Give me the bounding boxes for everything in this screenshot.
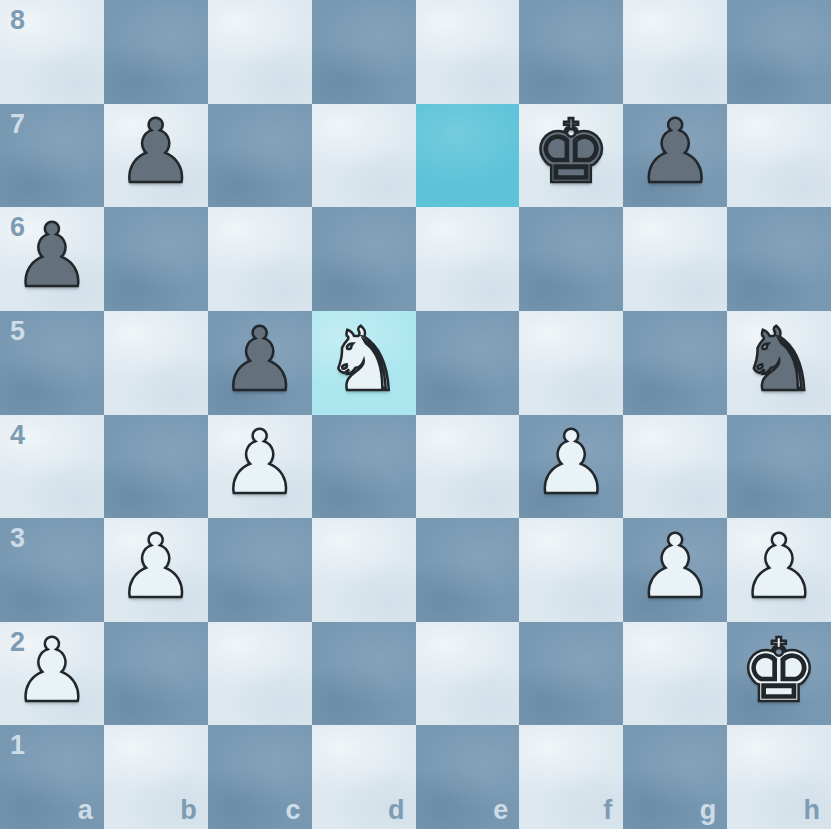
square-b3[interactable]: ♟ (104, 518, 208, 622)
piece-white-pawn-c4[interactable]: ♟ (220, 419, 299, 507)
piece-black-knight-h5[interactable]: ♞ (740, 316, 819, 404)
square-h4[interactable] (727, 415, 831, 519)
square-e6[interactable] (416, 207, 520, 311)
square-g5[interactable] (623, 311, 727, 415)
file-label-d: d (388, 797, 405, 824)
square-e5[interactable] (416, 311, 520, 415)
square-c4[interactable]: ♟ (208, 415, 312, 519)
piece-white-knight-d5[interactable]: ♞ (324, 316, 403, 404)
square-d1[interactable]: d (312, 725, 416, 829)
square-e2[interactable] (416, 622, 520, 726)
piece-white-pawn-f4[interactable]: ♟ (532, 419, 611, 507)
piece-black-pawn-g7[interactable]: ♟ (636, 108, 715, 196)
square-f6[interactable] (519, 207, 623, 311)
piece-black-pawn-a6[interactable]: ♟ (12, 212, 91, 300)
square-g8[interactable] (623, 0, 727, 104)
square-f1[interactable]: f (519, 725, 623, 829)
square-f4[interactable]: ♟ (519, 415, 623, 519)
square-g6[interactable] (623, 207, 727, 311)
square-a5[interactable]: 5 (0, 311, 104, 415)
rank-label-1: 1 (10, 732, 25, 759)
file-label-a: a (78, 797, 93, 824)
piece-white-pawn-b3[interactable]: ♟ (116, 523, 195, 611)
square-d4[interactable] (312, 415, 416, 519)
square-c5[interactable]: ♟ (208, 311, 312, 415)
square-c1[interactable]: c (208, 725, 312, 829)
square-g1[interactable]: g (623, 725, 727, 829)
square-b5[interactable] (104, 311, 208, 415)
square-g7[interactable]: ♟ (623, 104, 727, 208)
square-a1[interactable]: 1a (0, 725, 104, 829)
square-c7[interactable] (208, 104, 312, 208)
file-label-e: e (493, 797, 508, 824)
file-label-f: f (603, 797, 612, 824)
file-label-g: g (700, 797, 717, 824)
square-h7[interactable] (727, 104, 831, 208)
rank-label-7: 7 (10, 111, 25, 138)
square-f2[interactable] (519, 622, 623, 726)
square-d7[interactable] (312, 104, 416, 208)
piece-black-king-f7[interactable]: ♚ (532, 108, 611, 196)
square-a7[interactable]: 7 (0, 104, 104, 208)
square-d5[interactable]: ♞ (312, 311, 416, 415)
square-d3[interactable] (312, 518, 416, 622)
square-f5[interactable] (519, 311, 623, 415)
rank-label-8: 8 (10, 7, 25, 34)
chess-board: 87♟♚♟6♟5♟♞♞4♟♟3♟♟♟2♟♚1abcdefgh (0, 0, 831, 829)
square-g4[interactable] (623, 415, 727, 519)
square-b2[interactable] (104, 622, 208, 726)
square-h3[interactable]: ♟ (727, 518, 831, 622)
square-g2[interactable] (623, 622, 727, 726)
square-c6[interactable] (208, 207, 312, 311)
square-b8[interactable] (104, 0, 208, 104)
square-f3[interactable] (519, 518, 623, 622)
file-label-h: h (804, 797, 821, 824)
piece-white-pawn-g3[interactable]: ♟ (636, 523, 715, 611)
square-h5[interactable]: ♞ (727, 311, 831, 415)
square-f7[interactable]: ♚ (519, 104, 623, 208)
square-a4[interactable]: 4 (0, 415, 104, 519)
square-e4[interactable] (416, 415, 520, 519)
square-c8[interactable] (208, 0, 312, 104)
rank-label-5: 5 (10, 318, 25, 345)
square-e8[interactable] (416, 0, 520, 104)
square-h6[interactable] (727, 207, 831, 311)
square-b4[interactable] (104, 415, 208, 519)
square-a8[interactable]: 8 (0, 0, 104, 104)
square-a3[interactable]: 3 (0, 518, 104, 622)
piece-black-pawn-c5[interactable]: ♟ (220, 316, 299, 404)
square-a6[interactable]: 6♟ (0, 207, 104, 311)
square-h8[interactable] (727, 0, 831, 104)
square-h2[interactable]: ♚ (727, 622, 831, 726)
piece-white-king-h2[interactable]: ♚ (740, 627, 819, 715)
square-d2[interactable] (312, 622, 416, 726)
square-c2[interactable] (208, 622, 312, 726)
square-e3[interactable] (416, 518, 520, 622)
square-f8[interactable] (519, 0, 623, 104)
file-label-c: c (286, 797, 301, 824)
rank-label-4: 4 (10, 422, 25, 449)
piece-black-pawn-b7[interactable]: ♟ (116, 108, 195, 196)
square-c3[interactable] (208, 518, 312, 622)
piece-white-pawn-a2[interactable]: ♟ (12, 627, 91, 715)
square-e1[interactable]: e (416, 725, 520, 829)
square-d8[interactable] (312, 0, 416, 104)
square-b7[interactable]: ♟ (104, 104, 208, 208)
square-g3[interactable]: ♟ (623, 518, 727, 622)
rank-label-3: 3 (10, 525, 25, 552)
square-b6[interactable] (104, 207, 208, 311)
square-h1[interactable]: h (727, 725, 831, 829)
file-label-b: b (180, 797, 197, 824)
square-a2[interactable]: 2♟ (0, 622, 104, 726)
square-b1[interactable]: b (104, 725, 208, 829)
piece-white-pawn-h3[interactable]: ♟ (740, 523, 819, 611)
square-e7[interactable] (416, 104, 520, 208)
square-d6[interactable] (312, 207, 416, 311)
